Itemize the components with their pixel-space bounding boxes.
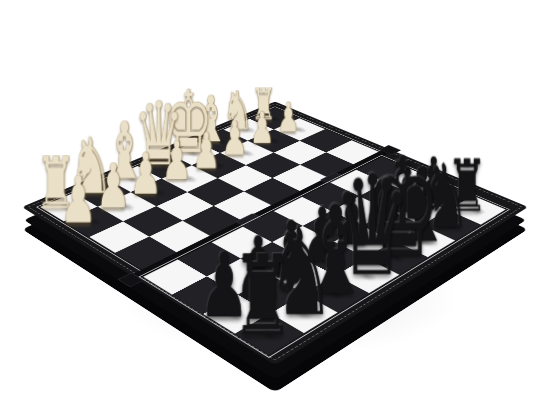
piece-white-pawn[interactable]: ♟: [94, 163, 133, 213]
product-photo: ♜♟♞♟♝♟♚♟♛♟♝♟♞♟♜♟ ♟♜♟♞♟♝♟♚♟♛♟♝♟♞♟♜: [0, 0, 550, 413]
piece-white-pawn[interactable]: ♟: [59, 175, 98, 228]
piece-black-rook[interactable]: ♜: [231, 252, 277, 342]
chess-case: ♜♟♞♟♝♟♚♟♛♟♝♟♞♟♜♟ ♟♜♟♞♟♝♟♚♟♛♟♝♟♞♟♜: [22, 101, 528, 365]
square-a8[interactable]: ♜: [235, 313, 304, 355]
chess-board: ♜♟♞♟♝♟♚♟♛♟♝♟♞♟♜♟ ♟♜♟♞♟♝♟♚♟♛♟♝♟♞♟♜: [40, 108, 510, 351]
scene: ♜♟♞♟♝♟♚♟♛♟♝♟♞♟♜♟ ♟♜♟♞♟♝♟♚♟♛♟♝♟♞♟♜: [96, 28, 454, 386]
